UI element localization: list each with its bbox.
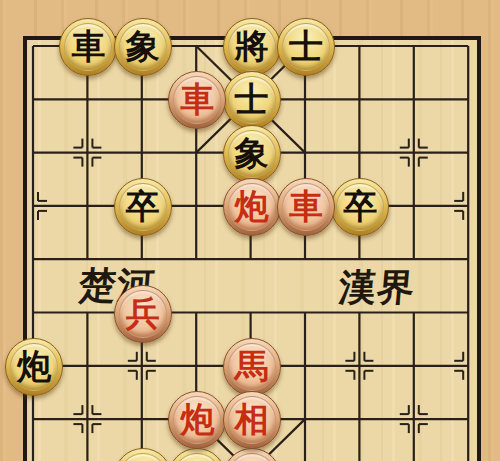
piece-face: 兵: [119, 290, 167, 338]
piece-face: 相: [228, 396, 276, 444]
piece-face: 炮: [10, 343, 58, 391]
piece-face: 車: [282, 183, 330, 231]
piece-glyph: 士: [289, 29, 323, 63]
piece-face: 卒: [336, 183, 384, 231]
piece-glyph: 炮: [235, 189, 269, 223]
piece-face: 卒: [119, 183, 167, 231]
piece-face: 馬: [228, 343, 276, 391]
piece-glyph: 兵: [126, 296, 160, 330]
piece-glyph: 炮: [17, 349, 51, 383]
piece-black-炮[interactable]: 炮: [5, 338, 63, 396]
piece-glyph: 車: [289, 189, 323, 223]
piece-red-兵[interactable]: 兵: [114, 285, 172, 343]
piece-black-士[interactable]: 士: [277, 18, 335, 76]
piece-glyph: 士: [235, 82, 269, 116]
piece-face: 炮: [228, 183, 276, 231]
piece-black-車[interactable]: 車: [59, 18, 117, 76]
piece-face: 士: [228, 76, 276, 124]
piece-glyph: 象: [235, 136, 269, 170]
piece-glyph: 卒: [343, 189, 377, 223]
piece-glyph: 馬: [235, 349, 269, 383]
piece-red-炮[interactable]: 炮: [223, 178, 281, 236]
piece-glyph: 卒: [126, 189, 160, 223]
piece-face: [228, 453, 276, 461]
piece-face: 士: [282, 23, 330, 71]
piece-face: [119, 453, 167, 461]
piece-glyph: 將: [235, 29, 269, 63]
piece-face: 將: [228, 23, 276, 71]
piece-face: 象: [119, 23, 167, 71]
piece-black-象[interactable]: 象: [114, 18, 172, 76]
piece-black-卒[interactable]: 卒: [114, 178, 172, 236]
piece-face: 車: [173, 76, 221, 124]
piece-black-卒[interactable]: 卒: [331, 178, 389, 236]
piece-black-象[interactable]: 象: [223, 125, 281, 183]
piece-red-車[interactable]: 車: [277, 178, 335, 236]
piece-face: 象: [228, 130, 276, 178]
piece-red-馬[interactable]: 馬: [223, 338, 281, 396]
piece-face: 車: [64, 23, 112, 71]
piece-black-將[interactable]: 將: [223, 18, 281, 76]
piece-face: [173, 453, 221, 461]
xiangqi-board: 楚河 漢界 車象將士士象卒卒炮車炮車兵馬炮相: [0, 0, 500, 461]
piece-red-相[interactable]: 相: [223, 391, 281, 449]
piece-black-士[interactable]: 士: [223, 71, 281, 129]
piece-face: 炮: [173, 396, 221, 444]
piece-glyph: 炮: [180, 402, 214, 436]
piece-glyph: 車: [71, 29, 105, 63]
piece-red-炮[interactable]: 炮: [168, 391, 226, 449]
piece-glyph: 相: [235, 402, 269, 436]
river-label-right: 漢界: [337, 263, 417, 313]
piece-glyph: 象: [126, 29, 160, 63]
piece-glyph: 車: [180, 82, 214, 116]
